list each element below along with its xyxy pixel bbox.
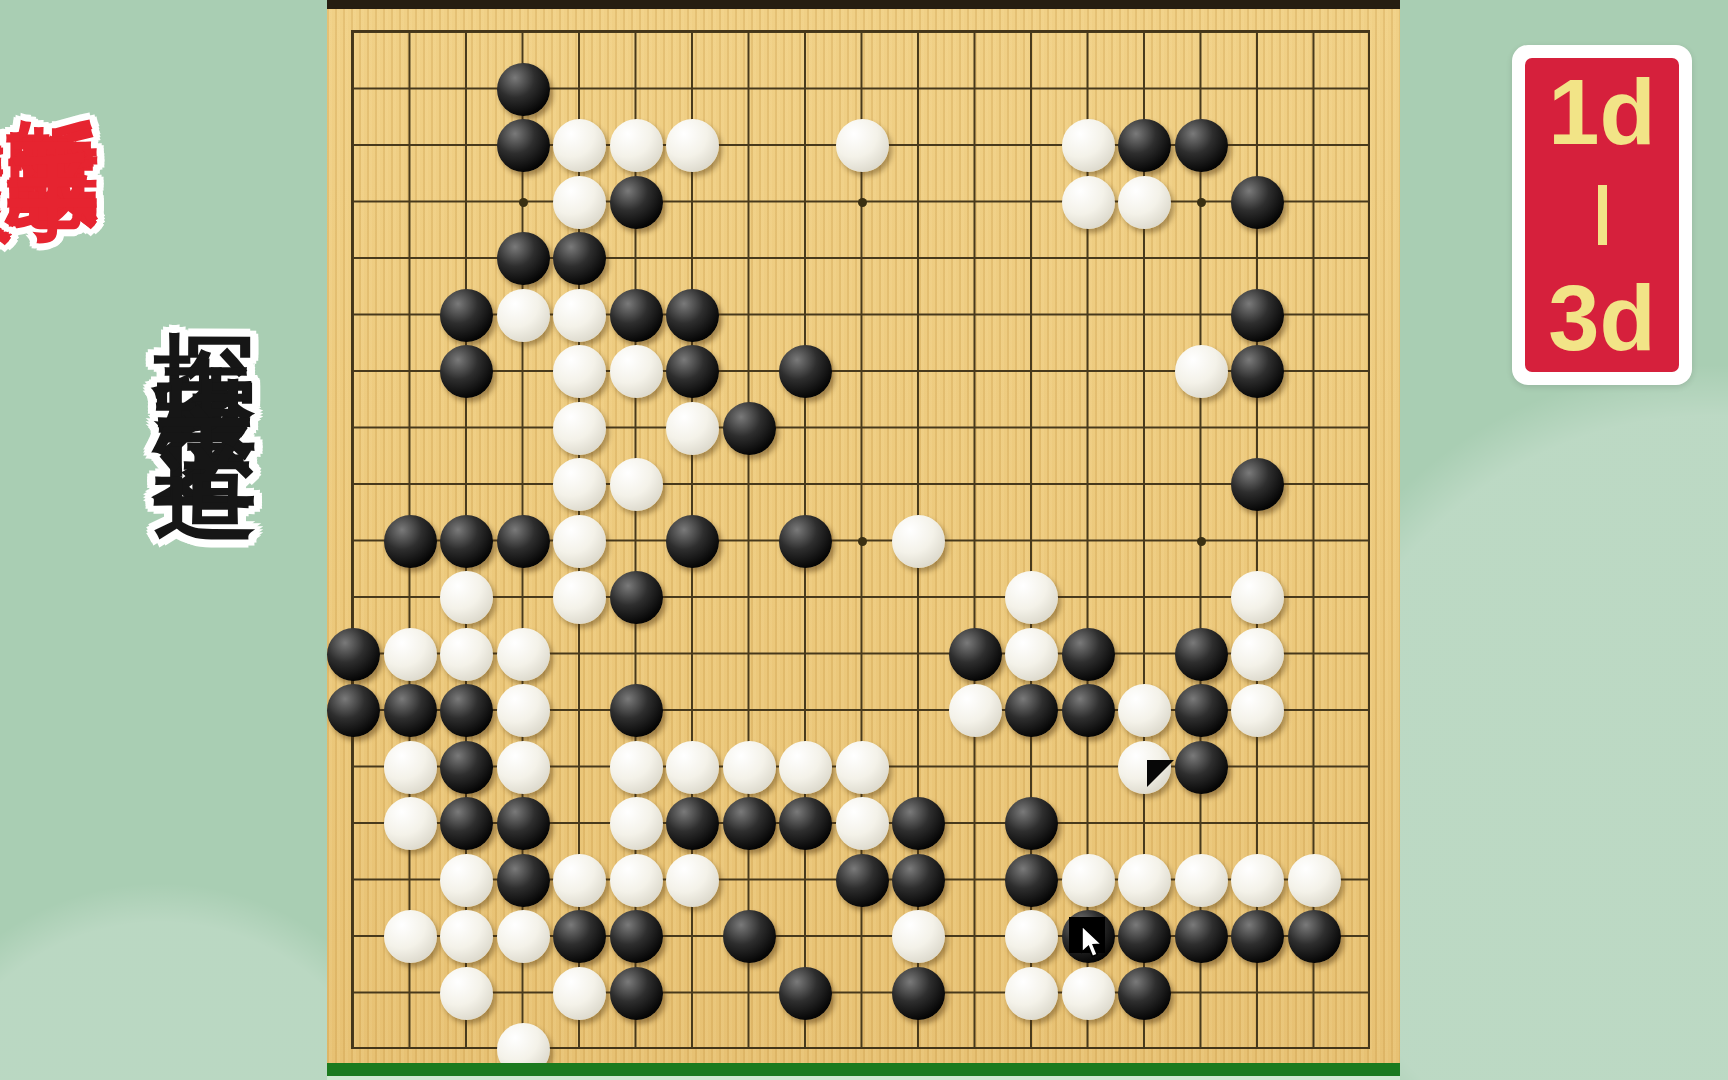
rank-separator-bar: [1598, 185, 1607, 245]
black-stone[interactable]: [779, 967, 832, 1020]
black-stone[interactable]: [497, 63, 550, 116]
black-stone[interactable]: [779, 797, 832, 850]
triangle-mark: [1147, 760, 1174, 787]
black-stone[interactable]: [440, 345, 493, 398]
white-stone[interactable]: [1062, 176, 1115, 229]
rank-bottom: 3d: [1548, 272, 1655, 364]
white-stone[interactable]: [892, 515, 945, 568]
black-stone[interactable]: [440, 289, 493, 342]
board-bottom-strip: [327, 1076, 1400, 1080]
black-stone[interactable]: [1175, 628, 1228, 681]
black-stone[interactable]: [723, 910, 776, 963]
black-stone[interactable]: [327, 684, 380, 737]
black-stone[interactable]: [1175, 910, 1228, 963]
black-stone[interactable]: [1005, 797, 1058, 850]
black-stone[interactable]: [666, 289, 719, 342]
white-stone[interactable]: [440, 910, 493, 963]
black-stone[interactable]: [553, 910, 606, 963]
black-stone[interactable]: [497, 515, 550, 568]
black-stone[interactable]: [384, 515, 437, 568]
white-stone[interactable]: [666, 402, 719, 455]
black-stone[interactable]: [384, 684, 437, 737]
white-stone[interactable]: [497, 910, 550, 963]
white-stone[interactable]: [384, 797, 437, 850]
white-stone[interactable]: [1118, 854, 1171, 907]
white-stone[interactable]: [610, 345, 663, 398]
rank-badge: 1d 3d: [1512, 45, 1692, 385]
black-stone[interactable]: [1005, 684, 1058, 737]
board-bottom-bar: [327, 1063, 1400, 1076]
white-stone[interactable]: [553, 176, 606, 229]
mouse-cursor-icon: [1080, 924, 1106, 964]
black-stone[interactable]: [723, 402, 776, 455]
white-stone[interactable]: [1231, 854, 1284, 907]
star-point: [1197, 198, 1206, 207]
white-stone[interactable]: [610, 458, 663, 511]
white-stone[interactable]: [949, 684, 1002, 737]
black-stone[interactable]: [610, 684, 663, 737]
black-stone[interactable]: [1231, 345, 1284, 398]
white-stone[interactable]: [1005, 967, 1058, 1020]
black-stone[interactable]: [836, 854, 889, 907]
black-stone[interactable]: [1288, 910, 1341, 963]
star-point: [519, 198, 528, 207]
black-stone[interactable]: [440, 684, 493, 737]
black-stone[interactable]: [497, 797, 550, 850]
black-stone[interactable]: [1231, 458, 1284, 511]
white-stone[interactable]: [1231, 628, 1284, 681]
black-stone[interactable]: [497, 232, 550, 285]
black-stone[interactable]: [892, 854, 945, 907]
white-stone[interactable]: [440, 628, 493, 681]
black-stone[interactable]: [497, 119, 550, 172]
white-stone[interactable]: [553, 402, 606, 455]
white-stone[interactable]: [553, 119, 606, 172]
black-stone[interactable]: [610, 967, 663, 1020]
white-stone[interactable]: [497, 741, 550, 794]
white-stone[interactable]: [553, 289, 606, 342]
black-stone[interactable]: [497, 854, 550, 907]
black-stone[interactable]: [327, 628, 380, 681]
white-stone[interactable]: [610, 854, 663, 907]
black-stone[interactable]: [440, 741, 493, 794]
black-stone[interactable]: [440, 797, 493, 850]
black-stone[interactable]: [1005, 854, 1058, 907]
white-stone[interactable]: [553, 515, 606, 568]
black-stone[interactable]: [892, 967, 945, 1020]
white-stone[interactable]: [384, 910, 437, 963]
black-stone[interactable]: [1175, 684, 1228, 737]
black-stone[interactable]: [779, 345, 832, 398]
white-stone[interactable]: [440, 967, 493, 1020]
black-stone[interactable]: [779, 515, 832, 568]
white-stone[interactable]: [610, 741, 663, 794]
black-stone[interactable]: [666, 515, 719, 568]
white-stone[interactable]: [1288, 854, 1341, 907]
star-point: [1197, 537, 1206, 546]
white-stone[interactable]: [723, 741, 776, 794]
white-stone[interactable]: [1005, 628, 1058, 681]
rank-top: 1d: [1548, 66, 1655, 158]
black-stone[interactable]: [1231, 910, 1284, 963]
black-stone[interactable]: [1062, 684, 1115, 737]
black-stone[interactable]: [892, 797, 945, 850]
black-stone[interactable]: [610, 289, 663, 342]
black-stone[interactable]: [723, 797, 776, 850]
go-board[interactable]: [327, 9, 1400, 1063]
white-stone[interactable]: [1062, 119, 1115, 172]
white-stone[interactable]: [1005, 571, 1058, 624]
black-stone[interactable]: [1231, 289, 1284, 342]
black-stone[interactable]: [1118, 967, 1171, 1020]
white-stone[interactable]: [836, 741, 889, 794]
white-stone[interactable]: [1231, 571, 1284, 624]
white-stone[interactable]: [1175, 854, 1228, 907]
white-stone[interactable]: [779, 741, 832, 794]
star-point: [858, 198, 867, 207]
white-stone[interactable]: [666, 741, 719, 794]
black-stone[interactable]: [1175, 741, 1228, 794]
white-stone[interactable]: [1062, 967, 1115, 1020]
black-stone[interactable]: [440, 515, 493, 568]
black-stone[interactable]: [1175, 119, 1228, 172]
black-stone[interactable]: [666, 345, 719, 398]
white-stone[interactable]: [1005, 910, 1058, 963]
white-stone[interactable]: [497, 289, 550, 342]
black-stone[interactable]: [1231, 176, 1284, 229]
board-top-edge: [327, 0, 1400, 9]
white-stone[interactable]: [553, 854, 606, 907]
white-stone[interactable]: [610, 797, 663, 850]
black-stone[interactable]: [949, 628, 1002, 681]
star-point: [858, 537, 867, 546]
caption-black-column: 探索棋之正道: [146, 250, 266, 382]
white-stone[interactable]: [666, 119, 719, 172]
black-stone[interactable]: [1062, 628, 1115, 681]
white-stone[interactable]: [892, 910, 945, 963]
white-stone[interactable]: [553, 571, 606, 624]
white-stone[interactable]: [1231, 684, 1284, 737]
white-stone[interactable]: [497, 628, 550, 681]
black-stone[interactable]: [1118, 910, 1171, 963]
white-stone[interactable]: [666, 854, 719, 907]
rank-badge-panel: 1d 3d: [1525, 58, 1679, 372]
black-stone[interactable]: [1118, 119, 1171, 172]
white-stone[interactable]: [384, 628, 437, 681]
white-stone[interactable]: [553, 458, 606, 511]
black-stone[interactable]: [553, 232, 606, 285]
white-stone[interactable]: [836, 797, 889, 850]
black-stone[interactable]: [610, 176, 663, 229]
black-stone[interactable]: [666, 797, 719, 850]
black-stone[interactable]: [610, 571, 663, 624]
white-stone[interactable]: [1118, 684, 1171, 737]
white-stone[interactable]: [553, 345, 606, 398]
white-stone[interactable]: [553, 967, 606, 1020]
white-stone[interactable]: [610, 119, 663, 172]
white-stone[interactable]: [1175, 345, 1228, 398]
white-stone[interactable]: [440, 571, 493, 624]
white-stone[interactable]: [1062, 854, 1115, 907]
caption-red-column: 斩断实战恶手: [4, 44, 104, 80]
black-stone[interactable]: [610, 910, 663, 963]
white-stone[interactable]: [440, 854, 493, 907]
white-stone[interactable]: [497, 684, 550, 737]
white-stone[interactable]: [384, 741, 437, 794]
white-stone[interactable]: [1118, 176, 1171, 229]
white-stone[interactable]: [836, 119, 889, 172]
